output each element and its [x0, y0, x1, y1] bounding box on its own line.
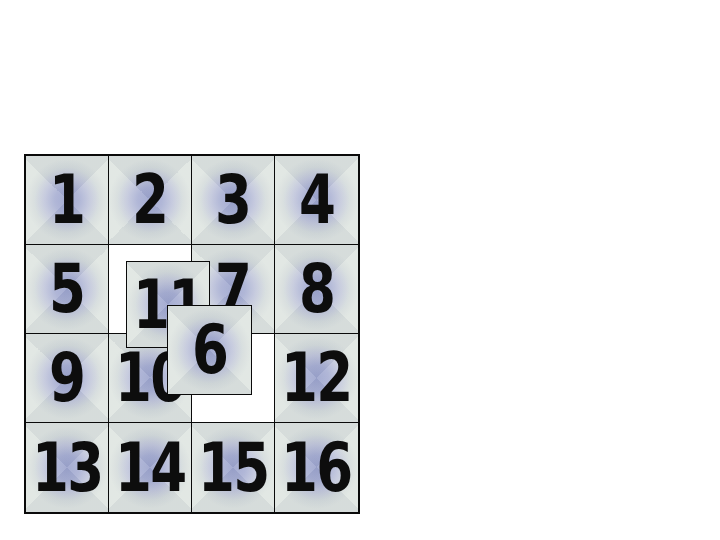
tile-2[interactable]: 2 — [109, 156, 192, 245]
tile-1[interactable]: 1 — [26, 156, 109, 245]
tile-12[interactable]: 12 — [275, 334, 358, 423]
tile-number: 16 — [281, 434, 352, 502]
tile-number: 6 — [192, 316, 227, 384]
tile-14[interactable]: 14 — [109, 423, 192, 512]
tile-number: 9 — [49, 344, 84, 412]
tile-5[interactable]: 5 — [26, 245, 109, 334]
tile-16[interactable]: 16 — [275, 423, 358, 512]
tile-number: 15 — [198, 434, 269, 502]
tile-15[interactable]: 15 — [192, 423, 275, 512]
tile-number: 1 — [49, 166, 84, 234]
slide-canvas: 12345789101213141516 11 6 — [0, 0, 720, 540]
tile-number: 8 — [299, 255, 334, 323]
moving-tile-6[interactable]: 6 — [167, 305, 252, 395]
tile-number: 2 — [132, 166, 167, 234]
tile-number: 12 — [281, 344, 352, 412]
tile-8[interactable]: 8 — [275, 245, 358, 334]
tile-number: 14 — [115, 434, 186, 502]
tile-3[interactable]: 3 — [192, 156, 275, 245]
tile-9[interactable]: 9 — [26, 334, 109, 423]
tile-number: 13 — [32, 434, 103, 502]
tile-number: 5 — [49, 255, 84, 323]
tile-13[interactable]: 13 — [26, 423, 109, 512]
tile-number: 4 — [299, 166, 334, 234]
tile-number: 3 — [215, 166, 250, 234]
tile-4[interactable]: 4 — [275, 156, 358, 245]
